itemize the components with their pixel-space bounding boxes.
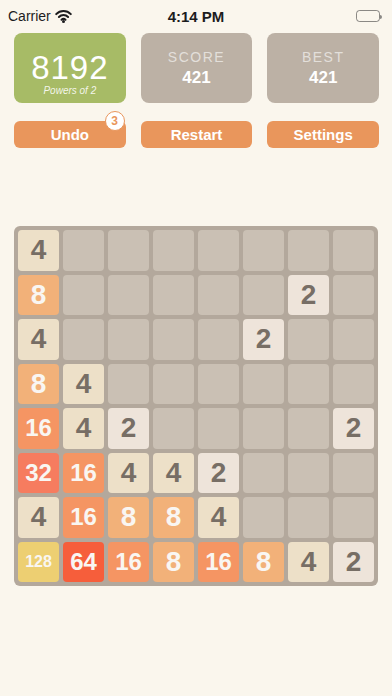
tile-8: 8 <box>18 364 59 405</box>
tile-4: 4 <box>63 364 104 405</box>
goal-tile-value: 8192 <box>31 51 108 85</box>
tile-4: 4 <box>108 453 149 494</box>
toolbar: Undo 3 Restart Settings <box>14 121 379 148</box>
tile-2: 2 <box>333 542 374 583</box>
empty-cell <box>108 230 149 271</box>
tile-8: 8 <box>153 497 194 538</box>
restart-button-label: Restart <box>171 126 223 143</box>
empty-cell <box>243 230 284 271</box>
undo-button[interactable]: Undo 3 <box>14 121 126 148</box>
empty-cell <box>108 275 149 316</box>
empty-cell <box>243 453 284 494</box>
goal-subtitle: Powers of 2 <box>43 85 96 96</box>
carrier-label: Carrier <box>8 8 51 24</box>
empty-cell <box>153 408 194 449</box>
tile-4: 4 <box>18 230 59 271</box>
empty-cell <box>198 364 239 405</box>
header: 8192 Powers of 2 SCORE 421 BEST 421 <box>14 33 379 103</box>
empty-cell <box>333 230 374 271</box>
tile-4: 4 <box>198 497 239 538</box>
tile-128: 128 <box>18 542 59 583</box>
empty-cell <box>288 453 329 494</box>
empty-cell <box>63 275 104 316</box>
empty-cell <box>243 408 284 449</box>
status-bar: Carrier 4:14 PM <box>0 0 392 28</box>
empty-cell <box>198 230 239 271</box>
settings-button-label: Settings <box>294 126 353 143</box>
score-value: 421 <box>182 68 210 88</box>
empty-cell <box>63 319 104 360</box>
score-label: SCORE <box>168 49 225 65</box>
empty-cell <box>153 364 194 405</box>
tile-8: 8 <box>108 497 149 538</box>
empty-cell <box>243 364 284 405</box>
empty-cell <box>243 497 284 538</box>
tile-16: 16 <box>63 453 104 494</box>
tile-2: 2 <box>288 275 329 316</box>
empty-cell <box>243 275 284 316</box>
empty-cell <box>153 319 194 360</box>
empty-cell <box>198 275 239 316</box>
empty-cell <box>108 364 149 405</box>
tile-4: 4 <box>18 319 59 360</box>
board[interactable]: 48242841642232164424168841286416816842 <box>14 226 378 586</box>
empty-cell <box>333 319 374 360</box>
wifi-icon <box>55 10 72 23</box>
empty-cell <box>288 408 329 449</box>
tile-16: 16 <box>18 408 59 449</box>
empty-cell <box>288 497 329 538</box>
undo-button-label: Undo <box>51 126 89 143</box>
empty-cell <box>288 319 329 360</box>
tile-4: 4 <box>153 453 194 494</box>
tile-2: 2 <box>198 453 239 494</box>
empty-cell <box>288 230 329 271</box>
best-label: BEST <box>302 49 345 65</box>
tile-2: 2 <box>108 408 149 449</box>
tile-2: 2 <box>243 319 284 360</box>
tile-8: 8 <box>243 542 284 583</box>
empty-cell <box>63 230 104 271</box>
empty-cell <box>288 364 329 405</box>
empty-cell <box>153 230 194 271</box>
empty-cell <box>108 319 149 360</box>
score-box: SCORE 421 <box>141 33 253 103</box>
battery-icon <box>356 10 380 22</box>
best-box: BEST 421 <box>267 33 379 103</box>
tile-8: 8 <box>153 542 194 583</box>
tile-4: 4 <box>18 497 59 538</box>
empty-cell <box>333 275 374 316</box>
empty-cell <box>198 408 239 449</box>
tile-4: 4 <box>63 408 104 449</box>
tile-16: 16 <box>198 542 239 583</box>
empty-cell <box>333 364 374 405</box>
settings-button[interactable]: Settings <box>267 121 379 148</box>
tile-16: 16 <box>63 497 104 538</box>
tile-32: 32 <box>18 453 59 494</box>
goal-tile-box: 8192 Powers of 2 <box>14 33 126 103</box>
tile-64: 64 <box>63 542 104 583</box>
restart-button[interactable]: Restart <box>141 121 253 148</box>
tile-16: 16 <box>108 542 149 583</box>
empty-cell <box>333 497 374 538</box>
empty-cell <box>333 453 374 494</box>
undo-count-badge: 3 <box>105 111 125 131</box>
status-time: 4:14 PM <box>138 8 254 25</box>
tile-4: 4 <box>288 542 329 583</box>
empty-cell <box>198 319 239 360</box>
empty-cell <box>153 275 194 316</box>
tile-8: 8 <box>18 275 59 316</box>
best-value: 421 <box>309 68 337 88</box>
tile-2: 2 <box>333 408 374 449</box>
